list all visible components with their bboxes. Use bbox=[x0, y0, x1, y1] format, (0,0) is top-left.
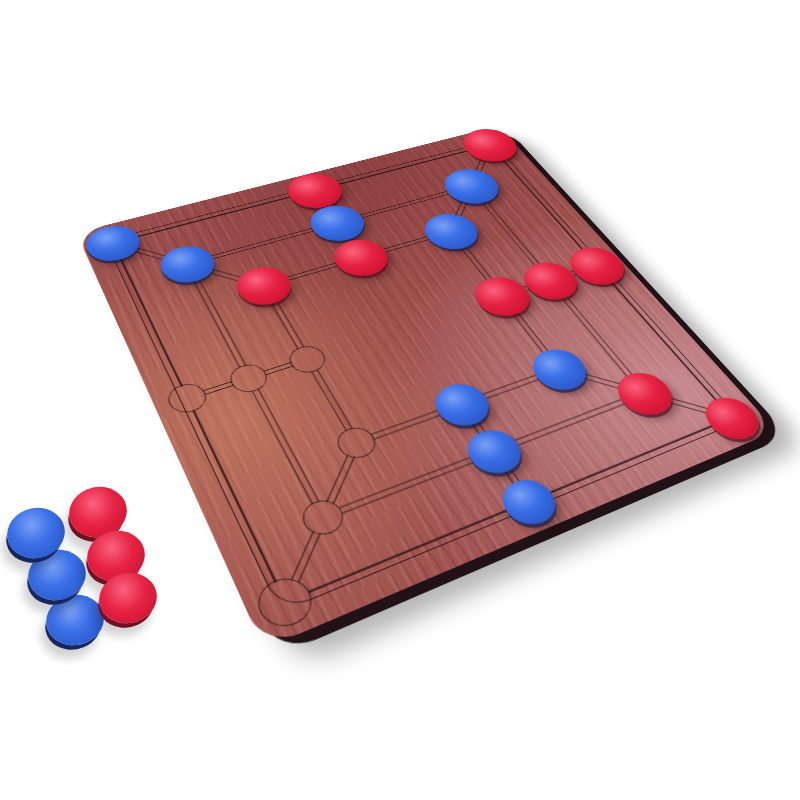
photo-scene bbox=[0, 0, 800, 800]
board-3d-wrap bbox=[76, 126, 776, 649]
morris-board bbox=[76, 126, 776, 649]
